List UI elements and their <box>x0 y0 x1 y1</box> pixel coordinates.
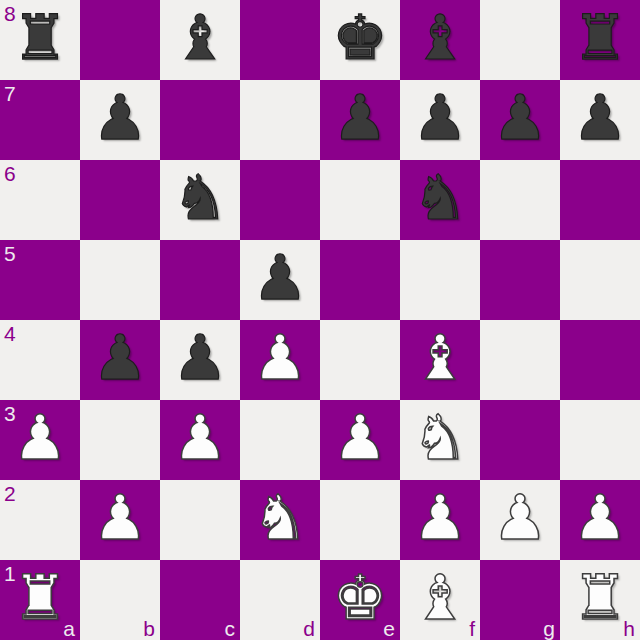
square-b4[interactable]: ♟ <box>80 320 160 400</box>
piece-black-pawn[interactable]: ♟ <box>412 78 468 158</box>
square-d6[interactable] <box>240 160 320 240</box>
piece-black-rook[interactable]: ♜ <box>572 0 628 78</box>
piece-black-rook[interactable]: ♜ <box>12 0 68 78</box>
square-c2[interactable] <box>160 480 240 560</box>
piece-black-pawn[interactable]: ♟ <box>172 318 228 398</box>
square-c5[interactable] <box>160 240 240 320</box>
square-c1[interactable]: c <box>160 560 240 640</box>
square-d3[interactable] <box>240 400 320 480</box>
square-b8[interactable] <box>80 0 160 80</box>
square-a3[interactable]: 3♟ <box>0 400 80 480</box>
square-f2[interactable]: ♟ <box>400 480 480 560</box>
square-h5[interactable] <box>560 240 640 320</box>
file-label-b: b <box>143 618 155 639</box>
file-label-f: f <box>469 618 475 639</box>
chess-board: 8♜♝♚♝♜7♟♟♟♟♟6♞♞5♟4♟♟♟♝3♟♟♟♞2♟♞♟♟♟1a♜bcde… <box>0 0 640 640</box>
rank-label-4: 4 <box>4 323 16 344</box>
square-g7[interactable]: ♟ <box>480 80 560 160</box>
piece-white-pawn[interactable]: ♟ <box>172 398 228 478</box>
square-b5[interactable] <box>80 240 160 320</box>
square-b3[interactable] <box>80 400 160 480</box>
square-e3[interactable]: ♟ <box>320 400 400 480</box>
piece-white-pawn[interactable]: ♟ <box>92 478 148 558</box>
square-h6[interactable] <box>560 160 640 240</box>
square-h2[interactable]: ♟ <box>560 480 640 560</box>
square-e1[interactable]: e♚ <box>320 560 400 640</box>
square-g3[interactable] <box>480 400 560 480</box>
piece-black-bishop[interactable]: ♝ <box>172 0 228 78</box>
piece-white-rook[interactable]: ♜ <box>572 558 628 638</box>
square-f7[interactable]: ♟ <box>400 80 480 160</box>
square-h7[interactable]: ♟ <box>560 80 640 160</box>
square-a8[interactable]: 8♜ <box>0 0 80 80</box>
rank-label-2: 2 <box>4 483 16 504</box>
square-d5[interactable]: ♟ <box>240 240 320 320</box>
piece-white-pawn[interactable]: ♟ <box>412 478 468 558</box>
rank-label-6: 6 <box>4 163 16 184</box>
square-a7[interactable]: 7 <box>0 80 80 160</box>
rank-label-7: 7 <box>4 83 16 104</box>
square-g1[interactable]: g <box>480 560 560 640</box>
square-e7[interactable]: ♟ <box>320 80 400 160</box>
square-a5[interactable]: 5 <box>0 240 80 320</box>
file-label-d: d <box>303 618 315 639</box>
square-e6[interactable] <box>320 160 400 240</box>
square-a6[interactable]: 6 <box>0 160 80 240</box>
square-d4[interactable]: ♟ <box>240 320 320 400</box>
piece-black-pawn[interactable]: ♟ <box>92 318 148 398</box>
piece-white-pawn[interactable]: ♟ <box>12 398 68 478</box>
square-g4[interactable] <box>480 320 560 400</box>
square-e8[interactable]: ♚ <box>320 0 400 80</box>
piece-black-knight[interactable]: ♞ <box>412 158 468 238</box>
piece-white-king[interactable]: ♚ <box>332 558 388 638</box>
square-c6[interactable]: ♞ <box>160 160 240 240</box>
square-d8[interactable] <box>240 0 320 80</box>
piece-white-knight[interactable]: ♞ <box>412 398 468 478</box>
square-c4[interactable]: ♟ <box>160 320 240 400</box>
piece-white-pawn[interactable]: ♟ <box>492 478 548 558</box>
square-b7[interactable]: ♟ <box>80 80 160 160</box>
square-h1[interactable]: h♜ <box>560 560 640 640</box>
square-e5[interactable] <box>320 240 400 320</box>
square-c7[interactable] <box>160 80 240 160</box>
piece-white-knight[interactable]: ♞ <box>252 478 308 558</box>
square-d7[interactable] <box>240 80 320 160</box>
square-h4[interactable] <box>560 320 640 400</box>
square-c3[interactable]: ♟ <box>160 400 240 480</box>
piece-black-knight[interactable]: ♞ <box>172 158 228 238</box>
square-f8[interactable]: ♝ <box>400 0 480 80</box>
square-a2[interactable]: 2 <box>0 480 80 560</box>
square-e4[interactable] <box>320 320 400 400</box>
square-f5[interactable] <box>400 240 480 320</box>
square-g2[interactable]: ♟ <box>480 480 560 560</box>
piece-black-king[interactable]: ♚ <box>332 0 388 78</box>
piece-white-pawn[interactable]: ♟ <box>252 318 308 398</box>
square-h8[interactable]: ♜ <box>560 0 640 80</box>
piece-black-pawn[interactable]: ♟ <box>252 238 308 318</box>
square-f3[interactable]: ♞ <box>400 400 480 480</box>
square-e2[interactable] <box>320 480 400 560</box>
square-f4[interactable]: ♝ <box>400 320 480 400</box>
piece-black-bishop[interactable]: ♝ <box>412 0 468 78</box>
piece-black-pawn[interactable]: ♟ <box>332 78 388 158</box>
square-c8[interactable]: ♝ <box>160 0 240 80</box>
square-a1[interactable]: 1a♜ <box>0 560 80 640</box>
piece-black-pawn[interactable]: ♟ <box>92 78 148 158</box>
square-h3[interactable] <box>560 400 640 480</box>
piece-white-rook[interactable]: ♜ <box>12 558 68 638</box>
square-g5[interactable] <box>480 240 560 320</box>
rank-label-5: 5 <box>4 243 16 264</box>
file-label-g: g <box>543 618 555 639</box>
square-b6[interactable] <box>80 160 160 240</box>
square-d1[interactable]: d <box>240 560 320 640</box>
square-f1[interactable]: f♝ <box>400 560 480 640</box>
square-g6[interactable] <box>480 160 560 240</box>
piece-white-bishop[interactable]: ♝ <box>412 318 468 398</box>
piece-white-pawn[interactable]: ♟ <box>332 398 388 478</box>
square-f6[interactable]: ♞ <box>400 160 480 240</box>
piece-white-bishop[interactable]: ♝ <box>412 558 468 638</box>
square-b1[interactable]: b <box>80 560 160 640</box>
piece-black-pawn[interactable]: ♟ <box>492 78 548 158</box>
square-b2[interactable]: ♟ <box>80 480 160 560</box>
piece-black-pawn[interactable]: ♟ <box>572 78 628 158</box>
file-label-c: c <box>225 618 236 639</box>
square-a4[interactable]: 4 <box>0 320 80 400</box>
square-g8[interactable] <box>480 0 560 80</box>
piece-white-pawn[interactable]: ♟ <box>572 478 628 558</box>
square-d2[interactable]: ♞ <box>240 480 320 560</box>
